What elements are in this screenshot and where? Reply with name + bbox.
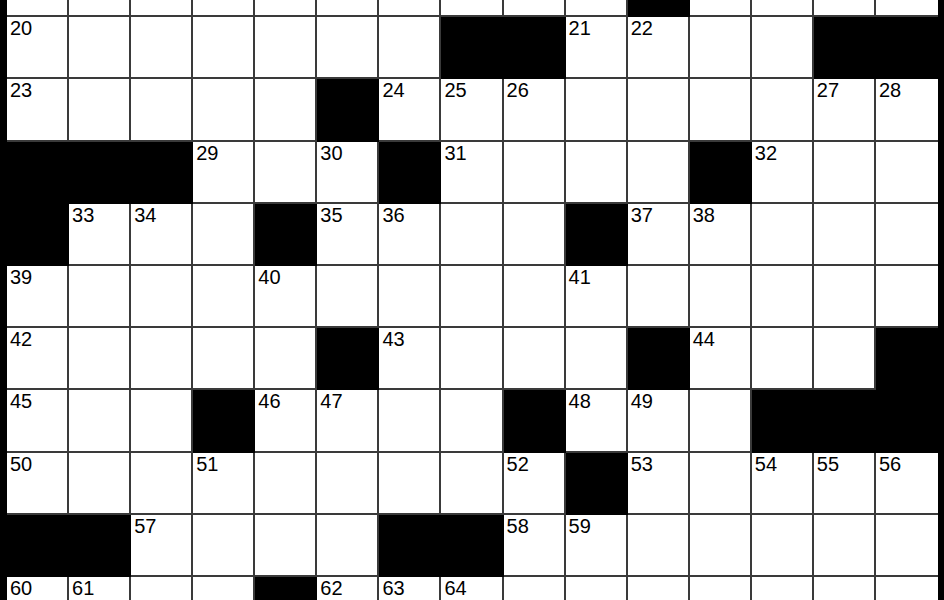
- crossword-cell[interactable]: 49: [628, 390, 690, 452]
- crossword-cell[interactable]: [131, 0, 193, 17]
- crossword-cell[interactable]: 29: [193, 142, 255, 204]
- block-cell: [628, 328, 690, 390]
- crossword-cell[interactable]: [317, 515, 379, 577]
- crossword-cell[interactable]: [752, 266, 814, 328]
- crossword-cell[interactable]: [441, 0, 503, 17]
- crossword-cell[interactable]: 60: [7, 577, 69, 600]
- crossword-cell[interactable]: 52: [504, 453, 566, 515]
- block-cell: [317, 328, 379, 390]
- crossword-cell[interactable]: [379, 0, 441, 17]
- crossword-cell[interactable]: [814, 328, 876, 390]
- crossword-cell[interactable]: 22: [628, 17, 690, 79]
- crossword-cell[interactable]: 27: [814, 79, 876, 141]
- crossword-cell[interactable]: [255, 328, 317, 390]
- clue-number: 33: [72, 205, 94, 226]
- crossword-cell[interactable]: [752, 17, 814, 79]
- clue-number: 52: [507, 454, 529, 475]
- crossword-cell[interactable]: 30: [317, 142, 379, 204]
- crossword-cell[interactable]: [193, 204, 255, 266]
- clue-number: 55: [817, 454, 839, 475]
- clue-number: 60: [10, 578, 32, 599]
- crossword-cell[interactable]: 26: [504, 79, 566, 141]
- crossword-cell[interactable]: [131, 390, 193, 452]
- crossword-cell[interactable]: [317, 453, 379, 515]
- crossword-cell[interactable]: 50: [7, 453, 69, 515]
- crossword-cell[interactable]: 47: [317, 390, 379, 452]
- crossword-cell[interactable]: 42: [7, 328, 69, 390]
- crossword-cell[interactable]: [193, 0, 255, 17]
- clue-number: 26: [507, 80, 529, 101]
- crossword-cell[interactable]: 53: [628, 453, 690, 515]
- crossword-cell[interactable]: [628, 79, 690, 141]
- clue-number: 56: [879, 454, 901, 475]
- clue-number: 58: [507, 516, 529, 537]
- clue-number: 23: [10, 80, 32, 101]
- crossword-cell[interactable]: [876, 577, 938, 600]
- crossword-cell[interactable]: 55: [814, 453, 876, 515]
- crossword-cell[interactable]: [69, 79, 131, 141]
- crossword-cell[interactable]: [7, 0, 69, 17]
- crossword-cell[interactable]: 46: [255, 390, 317, 452]
- crossword-cell[interactable]: [131, 328, 193, 390]
- crossword-cell[interactable]: [193, 328, 255, 390]
- block-cell: [441, 17, 503, 79]
- crossword-cell[interactable]: [752, 0, 814, 17]
- crossword-cell[interactable]: 44: [690, 328, 752, 390]
- clue-number: 57: [134, 516, 156, 537]
- crossword-cell[interactable]: [255, 17, 317, 79]
- crossword-cell[interactable]: [441, 266, 503, 328]
- clue-number: 53: [631, 454, 653, 475]
- block-cell: [876, 17, 938, 79]
- crossword-cell[interactable]: 21: [566, 17, 628, 79]
- crossword-cell[interactable]: 62: [317, 577, 379, 600]
- crossword-cell[interactable]: [255, 142, 317, 204]
- clue-number: 64: [444, 578, 466, 599]
- crossword-cell[interactable]: 63: [379, 577, 441, 600]
- crossword-cell[interactable]: [441, 328, 503, 390]
- clue-number: 32: [755, 143, 777, 164]
- crossword-cell[interactable]: [131, 577, 193, 600]
- crossword-cell[interactable]: 34: [131, 204, 193, 266]
- crossword-cell[interactable]: [566, 577, 628, 600]
- crossword-grid: 2021222324252627282930313233343536373839…: [0, 0, 944, 600]
- crossword-cell[interactable]: [690, 17, 752, 79]
- crossword-cell[interactable]: [504, 328, 566, 390]
- block-cell: [69, 515, 131, 577]
- block-cell: [7, 204, 69, 266]
- crossword-cell[interactable]: 24: [379, 79, 441, 141]
- block-cell: [566, 453, 628, 515]
- crossword-cell[interactable]: 38: [690, 204, 752, 266]
- crossword-cell[interactable]: [628, 577, 690, 600]
- crossword-cell[interactable]: [69, 390, 131, 452]
- crossword-cell[interactable]: [566, 79, 628, 141]
- crossword-cell[interactable]: [379, 17, 441, 79]
- crossword-cell[interactable]: [441, 204, 503, 266]
- clue-number: 31: [444, 143, 466, 164]
- crossword-cell[interactable]: [504, 142, 566, 204]
- clue-number: 39: [10, 267, 32, 288]
- crossword-cell[interactable]: 57: [131, 515, 193, 577]
- crossword-cell[interactable]: [131, 17, 193, 79]
- crossword-cell[interactable]: [504, 266, 566, 328]
- block-cell: [379, 515, 441, 577]
- clue-number: 54: [755, 454, 777, 475]
- crossword-cell[interactable]: [193, 17, 255, 79]
- block-cell: [441, 515, 503, 577]
- clue-number: 48: [569, 391, 591, 412]
- crossword-cell[interactable]: [814, 577, 876, 600]
- block-cell: [317, 79, 379, 141]
- block-cell: [504, 17, 566, 79]
- clue-number: 27: [817, 80, 839, 101]
- crossword-cell[interactable]: [317, 266, 379, 328]
- crossword-cell[interactable]: [69, 0, 131, 17]
- clue-number: 40: [258, 267, 280, 288]
- crossword-cell[interactable]: [379, 390, 441, 452]
- clue-number: 42: [10, 329, 32, 350]
- clue-number: 44: [693, 329, 715, 350]
- clue-number: 29: [196, 143, 218, 164]
- clue-number: 34: [134, 205, 156, 226]
- block-cell: [628, 0, 690, 17]
- clue-number: 47: [320, 391, 342, 412]
- crossword-cell[interactable]: 54: [752, 453, 814, 515]
- crossword-cell[interactable]: [876, 266, 938, 328]
- crossword-cell[interactable]: [255, 515, 317, 577]
- block-cell: [876, 390, 938, 452]
- crossword-cell[interactable]: [379, 266, 441, 328]
- crossword-cell[interactable]: [69, 453, 131, 515]
- crossword-cell[interactable]: [69, 328, 131, 390]
- clue-number: 59: [569, 516, 591, 537]
- crossword-cell[interactable]: [876, 515, 938, 577]
- crossword-cell[interactable]: [193, 266, 255, 328]
- crossword-cell[interactable]: 32: [752, 142, 814, 204]
- clue-number: 24: [382, 80, 404, 101]
- clue-number: 30: [320, 143, 342, 164]
- crossword-cell[interactable]: [690, 0, 752, 17]
- clue-number: 28: [879, 80, 901, 101]
- crossword-cell[interactable]: [752, 577, 814, 600]
- crossword-cell[interactable]: 61: [69, 577, 131, 600]
- clue-number: 22: [631, 18, 653, 39]
- clue-number: 62: [320, 578, 342, 599]
- crossword-cell[interactable]: [752, 204, 814, 266]
- crossword-cell[interactable]: 35: [317, 204, 379, 266]
- block-cell: [69, 142, 131, 204]
- crossword-cell[interactable]: [690, 577, 752, 600]
- crossword-cell[interactable]: 37: [628, 204, 690, 266]
- crossword-cell[interactable]: [193, 79, 255, 141]
- block-cell: [504, 390, 566, 452]
- block-cell: [690, 142, 752, 204]
- crossword-cell[interactable]: 23: [7, 79, 69, 141]
- crossword-cell[interactable]: 36: [379, 204, 441, 266]
- crossword-cell[interactable]: [814, 0, 876, 17]
- crossword-cell[interactable]: 43: [379, 328, 441, 390]
- clue-number: 45: [10, 391, 32, 412]
- crossword-cell[interactable]: [69, 266, 131, 328]
- clue-number: 41: [569, 267, 591, 288]
- clue-number: 25: [444, 80, 466, 101]
- crossword-cell[interactable]: [566, 0, 628, 17]
- block-cell: [255, 577, 317, 600]
- crossword-cell[interactable]: 64: [441, 577, 503, 600]
- block-cell: [814, 17, 876, 79]
- crossword-cell[interactable]: [317, 17, 379, 79]
- crossword-cell[interactable]: [566, 328, 628, 390]
- crossword-cell[interactable]: [690, 515, 752, 577]
- crossword-cell[interactable]: [504, 577, 566, 600]
- crossword-cell[interactable]: [814, 142, 876, 204]
- clue-number: 50: [10, 454, 32, 475]
- block-cell: [7, 142, 69, 204]
- crossword-cell[interactable]: 39: [7, 266, 69, 328]
- crossword-cell[interactable]: [379, 453, 441, 515]
- crossword-cell[interactable]: [628, 266, 690, 328]
- crossword-cell[interactable]: [504, 0, 566, 17]
- crossword-cell[interactable]: [752, 79, 814, 141]
- crossword-cell[interactable]: [752, 515, 814, 577]
- crossword-cell[interactable]: [876, 0, 938, 17]
- crossword-cell[interactable]: [441, 390, 503, 452]
- crossword-cell[interactable]: [504, 204, 566, 266]
- block-cell: [566, 204, 628, 266]
- clue-number: 63: [382, 578, 404, 599]
- block-cell: [814, 390, 876, 452]
- clue-number: 61: [72, 578, 94, 599]
- block-cell: [379, 142, 441, 204]
- block-cell: [876, 328, 938, 390]
- block-cell: [7, 515, 69, 577]
- crossword-cell[interactable]: [814, 204, 876, 266]
- crossword-cell[interactable]: [566, 142, 628, 204]
- crossword-viewport: 2021222324252627282930313233343536373839…: [0, 0, 944, 600]
- crossword-cell[interactable]: [752, 328, 814, 390]
- crossword-cell[interactable]: [255, 0, 317, 17]
- crossword-cell[interactable]: 45: [7, 390, 69, 452]
- crossword-cell[interactable]: 58: [504, 515, 566, 577]
- crossword-cell[interactable]: [876, 204, 938, 266]
- crossword-cell[interactable]: [193, 577, 255, 600]
- crossword-cell[interactable]: [690, 79, 752, 141]
- block-cell: [752, 390, 814, 452]
- crossword-cell[interactable]: [690, 453, 752, 515]
- crossword-cell[interactable]: 31: [441, 142, 503, 204]
- crossword-cell[interactable]: 56: [876, 453, 938, 515]
- clue-number: 36: [382, 205, 404, 226]
- clue-number: 35: [320, 205, 342, 226]
- crossword-cell[interactable]: 48: [566, 390, 628, 452]
- crossword-cell[interactable]: [690, 266, 752, 328]
- crossword-cell[interactable]: [628, 142, 690, 204]
- crossword-cell[interactable]: 41: [566, 266, 628, 328]
- crossword-cell[interactable]: [814, 266, 876, 328]
- crossword-cell[interactable]: [441, 453, 503, 515]
- clue-number: 38: [693, 205, 715, 226]
- crossword-cell[interactable]: 33: [69, 204, 131, 266]
- crossword-cell[interactable]: [628, 515, 690, 577]
- clue-number: 21: [569, 18, 591, 39]
- clue-number: 37: [631, 205, 653, 226]
- block-cell: [255, 204, 317, 266]
- crossword-cell[interactable]: [690, 390, 752, 452]
- crossword-cell[interactable]: 51: [193, 453, 255, 515]
- clue-number: 51: [196, 454, 218, 475]
- crossword-cell[interactable]: 20: [7, 17, 69, 79]
- crossword-cell[interactable]: [131, 266, 193, 328]
- block-cell: [193, 390, 255, 452]
- crossword-cell[interactable]: [814, 515, 876, 577]
- crossword-cell[interactable]: [255, 79, 317, 141]
- crossword-cell[interactable]: [131, 79, 193, 141]
- block-cell: [131, 142, 193, 204]
- crossword-cell[interactable]: 40: [255, 266, 317, 328]
- crossword-cell[interactable]: [69, 17, 131, 79]
- crossword-cell[interactable]: [193, 515, 255, 577]
- crossword-cell[interactable]: [255, 453, 317, 515]
- crossword-cell[interactable]: [876, 142, 938, 204]
- crossword-cell[interactable]: [317, 0, 379, 17]
- crossword-cell[interactable]: 28: [876, 79, 938, 141]
- clue-number: 20: [10, 18, 32, 39]
- clue-number: 43: [382, 329, 404, 350]
- clue-number: 49: [631, 391, 653, 412]
- crossword-cell[interactable]: 59: [566, 515, 628, 577]
- crossword-cell[interactable]: [131, 453, 193, 515]
- clue-number: 46: [258, 391, 280, 412]
- crossword-cell[interactable]: 25: [441, 79, 503, 141]
